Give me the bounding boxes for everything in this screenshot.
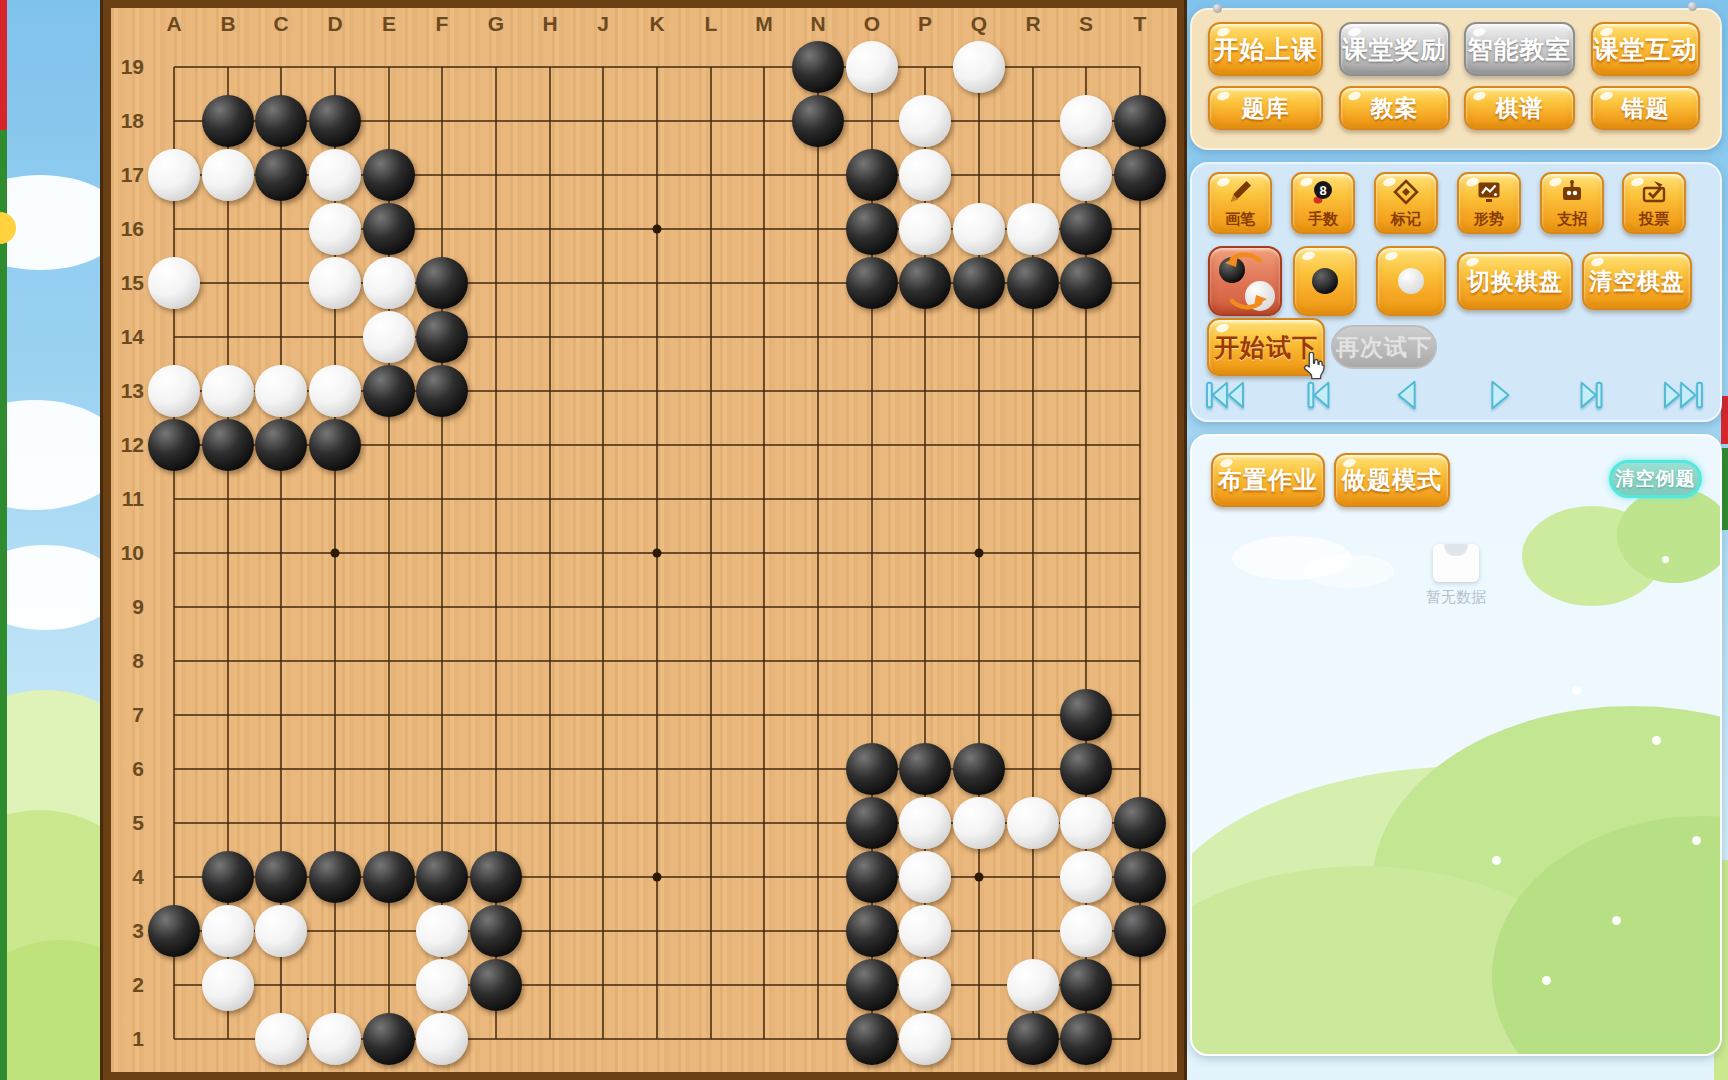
row-label-17: 17 (104, 163, 144, 187)
white-stone-B13[interactable] (202, 365, 254, 417)
card-pin (1213, 4, 1222, 13)
black-stone-O1[interactable] (846, 1013, 898, 1065)
white-stone-S17[interactable] (1060, 149, 1112, 201)
black-stone-T3[interactable] (1114, 905, 1166, 957)
col-label-L: L (696, 12, 726, 36)
col-label-F: F (427, 12, 457, 36)
white-stone-F2[interactable] (416, 959, 468, 1011)
black-stone-O16[interactable] (846, 203, 898, 255)
hint-tool-button[interactable]: 支招 (1540, 172, 1604, 234)
white-stone-P2[interactable] (899, 959, 951, 1011)
retry-trial-button[interactable]: 再次试下 (1331, 325, 1437, 369)
white-stone-Q19[interactable] (953, 41, 1005, 93)
hint-icon (1559, 179, 1585, 205)
game-record-button[interactable]: 棋谱 (1464, 86, 1575, 130)
white-stone-P17[interactable] (899, 149, 951, 201)
cloud (1304, 554, 1394, 588)
black-stone-O2[interactable] (846, 959, 898, 1011)
col-label-N: N (803, 12, 833, 36)
flower (1492, 856, 1501, 865)
black-stone-R1[interactable] (1007, 1013, 1059, 1065)
swap-arrows-icon (1210, 248, 1280, 314)
black-stone-F15[interactable] (416, 257, 468, 309)
question-bank-button[interactable]: 题库 (1208, 86, 1323, 130)
black-stone-B18[interactable] (202, 95, 254, 147)
white-stone-C1[interactable] (255, 1013, 307, 1065)
black-stone-S7[interactable] (1060, 689, 1112, 741)
black-stone-B4[interactable] (202, 851, 254, 903)
play-back-icon[interactable] (1386, 378, 1430, 412)
homework-card: 布置作业 做题模式 清空例题 暂无数据 (1190, 434, 1722, 1056)
black-stone-A3[interactable] (148, 905, 200, 957)
row-label-13: 13 (104, 379, 144, 403)
black-stone-P6[interactable] (899, 743, 951, 795)
col-label-A: A (159, 12, 189, 36)
class-interaction-button[interactable]: 课堂互动 (1591, 22, 1700, 76)
col-label-H: H (535, 12, 565, 36)
left-edge-green-strip (0, 130, 7, 1080)
row-label-6: 6 (104, 757, 144, 781)
black-stone-O15[interactable] (846, 257, 898, 309)
white-stone-S4[interactable] (1060, 851, 1112, 903)
row-label-16: 16 (104, 217, 144, 241)
white-stone-D17[interactable] (309, 149, 361, 201)
black-stone-S1[interactable] (1060, 1013, 1112, 1065)
white-stone-D15[interactable] (309, 257, 361, 309)
col-label-M: M (749, 12, 779, 36)
col-label-P: P (910, 12, 940, 36)
start-class-button[interactable]: 开始上课 (1208, 22, 1323, 76)
black-stone-S15[interactable] (1060, 257, 1112, 309)
white-stone-C13[interactable] (255, 365, 307, 417)
white-stone-P16[interactable] (899, 203, 951, 255)
card-pin (1688, 2, 1697, 11)
go-end-icon[interactable] (1661, 378, 1705, 412)
white-stone-R5[interactable] (1007, 797, 1059, 849)
row-label-7: 7 (104, 703, 144, 727)
col-label-S: S (1071, 12, 1101, 36)
col-label-T: T (1125, 12, 1155, 36)
row-label-1: 1 (104, 1027, 144, 1051)
black-stone-O6[interactable] (846, 743, 898, 795)
col-label-B: B (213, 12, 243, 36)
white-stone-S18[interactable] (1060, 95, 1112, 147)
flower (1612, 916, 1621, 925)
black-stone-O3[interactable] (846, 905, 898, 957)
flower (1692, 836, 1701, 845)
row-label-11: 11 (104, 487, 144, 511)
black-stone-R15[interactable] (1007, 257, 1059, 309)
white-stone-P1[interactable] (899, 1013, 951, 1065)
white-stone-S3[interactable] (1060, 905, 1112, 957)
row-label-10: 10 (104, 541, 144, 565)
row-label-18: 18 (104, 109, 144, 133)
white-stone-F1[interactable] (416, 1013, 468, 1065)
black-stone-C17[interactable] (255, 149, 307, 201)
mark-icon (1393, 179, 1419, 205)
black-stone-T17[interactable] (1114, 149, 1166, 201)
mark-tool-button[interactable]: 标记 (1374, 172, 1438, 234)
black-stone-B12[interactable] (202, 419, 254, 471)
col-label-G: G (481, 12, 511, 36)
col-label-K: K (642, 12, 672, 36)
black-stone-E16[interactable] (363, 203, 415, 255)
white-stone-R2[interactable] (1007, 959, 1059, 1011)
flower (1542, 976, 1551, 985)
smart-classroom-button[interactable]: 智能教室 (1464, 22, 1575, 76)
row-label-2: 2 (104, 973, 144, 997)
black-stone-O5[interactable] (846, 797, 898, 849)
vote-icon (1641, 179, 1667, 205)
white-stone-C3[interactable] (255, 905, 307, 957)
black-stone-E13[interactable] (363, 365, 415, 417)
black-stone-T5[interactable] (1114, 797, 1166, 849)
black-stone-F4[interactable] (416, 851, 468, 903)
right-edge-red-strip (1721, 396, 1728, 444)
step-forward-icon[interactable] (1570, 378, 1614, 412)
black-stone-D4[interactable] (309, 851, 361, 903)
wrong-question-button[interactable]: 错题 (1591, 86, 1700, 130)
white-stone-Q5[interactable] (953, 797, 1005, 849)
black-stone-D18[interactable] (309, 95, 361, 147)
black-stone-G3[interactable] (470, 905, 522, 957)
white-stone-S5[interactable] (1060, 797, 1112, 849)
app-window: ABCDEFGHJKLMNOPQRST 19181716151413121110… (0, 0, 1728, 1080)
white-stone-D13[interactable] (309, 365, 361, 417)
black-stone-S2[interactable] (1060, 959, 1112, 1011)
white-stone-B3[interactable] (202, 905, 254, 957)
col-label-D: D (320, 12, 350, 36)
bush (1617, 488, 1722, 583)
black-stone-F14[interactable] (416, 311, 468, 363)
empty-state-text: 暂无数据 (1406, 588, 1506, 607)
territory-tool-button[interactable]: 形势 (1457, 172, 1521, 234)
territory-icon (1476, 179, 1502, 205)
row-label-14: 14 (104, 325, 144, 349)
white-stone-D1[interactable] (309, 1013, 361, 1065)
black-stone-F13[interactable] (416, 365, 468, 417)
white-stone-P3[interactable] (899, 905, 951, 957)
black-stone-A12[interactable] (148, 419, 200, 471)
row-label-3: 3 (104, 919, 144, 943)
white-stone-B2[interactable] (202, 959, 254, 1011)
white-stone-icon (1398, 268, 1424, 294)
col-label-J: J (588, 12, 618, 36)
move-count-icon: 8 (1310, 179, 1336, 205)
black-stone-O4[interactable] (846, 851, 898, 903)
switch-board-button[interactable]: 切换棋盘 (1457, 252, 1573, 310)
row-label-5: 5 (104, 811, 144, 835)
black-stone-C12[interactable] (255, 419, 307, 471)
col-label-O: O (857, 12, 887, 36)
black-stone-C18[interactable] (255, 95, 307, 147)
black-stone-T18[interactable] (1114, 95, 1166, 147)
svg-text:8: 8 (1319, 183, 1326, 198)
empty-folder-icon (1433, 544, 1479, 582)
black-stone-O17[interactable] (846, 149, 898, 201)
black-stone-button[interactable] (1293, 246, 1357, 316)
pencil-icon (1227, 179, 1253, 205)
flower (1652, 736, 1661, 745)
black-stone-S16[interactable] (1060, 203, 1112, 255)
white-stone-P18[interactable] (899, 95, 951, 147)
col-label-Q: Q (964, 12, 994, 36)
brush-tool-button[interactable]: 画笔 (1208, 172, 1272, 234)
practice-mode-button[interactable]: 做题模式 (1334, 453, 1450, 507)
row-label-12: 12 (104, 433, 144, 457)
white-stone-O19[interactable] (846, 41, 898, 93)
black-stone-E4[interactable] (363, 851, 415, 903)
play-forward-icon[interactable] (1477, 378, 1521, 412)
white-stone-E15[interactable] (363, 257, 415, 309)
row-label-8: 8 (104, 649, 144, 673)
step-back-icon[interactable] (1296, 378, 1340, 412)
black-stone-Q15[interactable] (953, 257, 1005, 309)
flower (1662, 556, 1669, 563)
assign-homework-button[interactable]: 布置作业 (1211, 453, 1325, 507)
white-stone-button[interactable] (1376, 246, 1446, 316)
black-stone-icon (1312, 268, 1338, 294)
go-start-icon[interactable] (1203, 378, 1247, 412)
black-stone-N18[interactable] (792, 95, 844, 147)
black-stone-T4[interactable] (1114, 851, 1166, 903)
black-stone-G4[interactable] (470, 851, 522, 903)
black-stone-C4[interactable] (255, 851, 307, 903)
black-stone-N19[interactable] (792, 41, 844, 93)
left-edge-red-strip (0, 0, 7, 130)
col-label-E: E (374, 12, 404, 36)
white-stone-Q16[interactable] (953, 203, 1005, 255)
white-stone-A13[interactable] (148, 365, 200, 417)
clear-board-button[interactable]: 清空棋盘 (1582, 252, 1692, 310)
row-label-15: 15 (104, 271, 144, 295)
white-stone-A17[interactable] (148, 149, 200, 201)
row-label-4: 4 (104, 865, 144, 889)
flower (1572, 686, 1581, 695)
row-label-19: 19 (104, 55, 144, 79)
white-stone-P4[interactable] (899, 851, 951, 903)
white-stone-P5[interactable] (899, 797, 951, 849)
black-stone-Q6[interactable] (953, 743, 1005, 795)
col-label-R: R (1018, 12, 1048, 36)
alternate-stones-button[interactable] (1208, 246, 1282, 316)
black-stone-S6[interactable] (1060, 743, 1112, 795)
black-stone-D12[interactable] (309, 419, 361, 471)
vote-tool-button[interactable]: 投票 (1622, 172, 1686, 234)
class-reward-button[interactable]: 课堂奖励 (1339, 22, 1450, 76)
lesson-plan-button[interactable]: 教案 (1339, 86, 1450, 130)
black-stone-E17[interactable] (363, 149, 415, 201)
white-stone-R16[interactable] (1007, 203, 1059, 255)
black-stone-G2[interactable] (470, 959, 522, 1011)
right-edge-green-strip (1721, 448, 1728, 530)
row-label-9: 9 (104, 595, 144, 619)
white-stone-E14[interactable] (363, 311, 415, 363)
white-stone-F3[interactable] (416, 905, 468, 957)
clear-examples-button[interactable]: 清空例题 (1609, 460, 1702, 498)
col-label-C: C (266, 12, 296, 36)
move-count-tool-button[interactable]: 8 手数 (1291, 172, 1355, 234)
white-stone-B17[interactable] (202, 149, 254, 201)
white-stone-A15[interactable] (148, 257, 200, 309)
black-stone-P15[interactable] (899, 257, 951, 309)
white-stone-D16[interactable] (309, 203, 361, 255)
black-stone-E1[interactable] (363, 1013, 415, 1065)
